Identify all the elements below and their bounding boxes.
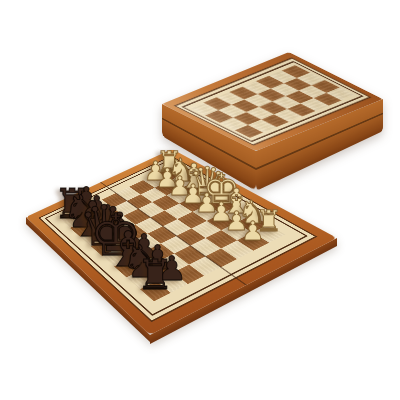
board-top-face (26, 149, 337, 335)
chess-set-product-photo: ♜♞♝♛♚♝♞♜♟♟♟♟♟♟♟♟♟♟♟♟♟♟♟♟♜♞♝♛♚♝♞♜ (0, 0, 400, 400)
